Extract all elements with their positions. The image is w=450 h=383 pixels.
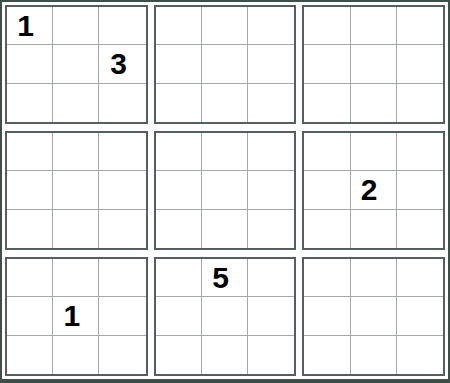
- sudoku-cell[interactable]: [202, 171, 248, 209]
- sudoku-cell[interactable]: 3: [99, 45, 145, 83]
- sudoku-cell[interactable]: [248, 84, 294, 122]
- sudoku-cell[interactable]: [397, 7, 443, 45]
- given-digit: 3: [110, 49, 127, 79]
- sudoku-cell[interactable]: [351, 133, 397, 171]
- sudoku-cell[interactable]: [156, 210, 202, 248]
- sudoku-board: 13215: [5, 5, 445, 376]
- sudoku-cell[interactable]: [156, 45, 202, 83]
- sudoku-cell[interactable]: [156, 84, 202, 122]
- sudoku-box: [154, 131, 297, 250]
- sudoku-cell[interactable]: [397, 297, 443, 335]
- sudoku-cell[interactable]: [248, 210, 294, 248]
- sudoku-cell[interactable]: [7, 133, 53, 171]
- sudoku-cell[interactable]: [53, 84, 99, 122]
- sudoku-box: 5: [154, 257, 297, 376]
- sudoku-cell[interactable]: [202, 45, 248, 83]
- sudoku-cell[interactable]: [248, 259, 294, 297]
- sudoku-box: 2: [302, 131, 445, 250]
- sudoku-cell[interactable]: [99, 210, 145, 248]
- sudoku-cell[interactable]: [351, 84, 397, 122]
- sudoku-cell[interactable]: [351, 259, 397, 297]
- sudoku-cell[interactable]: [304, 7, 350, 45]
- given-digit: 2: [361, 175, 378, 205]
- sudoku-cell[interactable]: [99, 7, 145, 45]
- sudoku-cell[interactable]: [397, 84, 443, 122]
- sudoku-cell[interactable]: [304, 171, 350, 209]
- sudoku-cell[interactable]: [304, 133, 350, 171]
- sudoku-box: 13: [5, 5, 148, 124]
- sudoku-cell[interactable]: 1: [53, 297, 99, 335]
- sudoku-cell[interactable]: [397, 171, 443, 209]
- sudoku-cell[interactable]: [53, 171, 99, 209]
- sudoku-box: [302, 257, 445, 376]
- given-digit: 5: [212, 263, 229, 293]
- given-digit: 1: [63, 301, 80, 331]
- sudoku-cell[interactable]: [156, 133, 202, 171]
- sudoku-cell[interactable]: [53, 45, 99, 83]
- sudoku-cell[interactable]: [351, 7, 397, 45]
- sudoku-cell[interactable]: 1: [7, 7, 53, 45]
- sudoku-cell[interactable]: [99, 259, 145, 297]
- sudoku-cell[interactable]: [156, 336, 202, 374]
- sudoku-cell[interactable]: [304, 210, 350, 248]
- sudoku-cell[interactable]: [248, 171, 294, 209]
- sudoku-cell[interactable]: [248, 7, 294, 45]
- sudoku-cell[interactable]: [202, 133, 248, 171]
- sudoku-cell[interactable]: [202, 336, 248, 374]
- sudoku-cell[interactable]: [248, 297, 294, 335]
- given-digit: 1: [17, 11, 34, 41]
- sudoku-page: 13215: [0, 0, 450, 383]
- sudoku-cell[interactable]: [7, 297, 53, 335]
- sudoku-cell[interactable]: [202, 7, 248, 45]
- sudoku-cell[interactable]: [53, 336, 99, 374]
- sudoku-cell[interactable]: [99, 336, 145, 374]
- sudoku-cell[interactable]: [53, 7, 99, 45]
- sudoku-cell[interactable]: [156, 259, 202, 297]
- sudoku-box: [154, 5, 297, 124]
- sudoku-cell[interactable]: [156, 171, 202, 209]
- sudoku-cell[interactable]: [304, 336, 350, 374]
- sudoku-cell[interactable]: 2: [351, 171, 397, 209]
- sudoku-box: 1: [5, 257, 148, 376]
- sudoku-cell[interactable]: [397, 259, 443, 297]
- sudoku-cell[interactable]: [248, 45, 294, 83]
- sudoku-cell[interactable]: [7, 336, 53, 374]
- sudoku-cell[interactable]: [156, 7, 202, 45]
- sudoku-cell[interactable]: [156, 297, 202, 335]
- sudoku-box: [5, 131, 148, 250]
- sudoku-cell[interactable]: [304, 297, 350, 335]
- sudoku-cell[interactable]: [7, 259, 53, 297]
- sudoku-cell[interactable]: [7, 210, 53, 248]
- sudoku-cell[interactable]: [248, 336, 294, 374]
- sudoku-cell[interactable]: [7, 45, 53, 83]
- sudoku-cell[interactable]: [53, 210, 99, 248]
- sudoku-cell[interactable]: [53, 259, 99, 297]
- sudoku-cell[interactable]: [351, 297, 397, 335]
- sudoku-cell[interactable]: [351, 210, 397, 248]
- sudoku-cell[interactable]: [202, 297, 248, 335]
- sudoku-cell[interactable]: [99, 171, 145, 209]
- sudoku-cell[interactable]: [99, 133, 145, 171]
- sudoku-cell[interactable]: [7, 171, 53, 209]
- sudoku-cell[interactable]: [7, 84, 53, 122]
- sudoku-cell[interactable]: [397, 133, 443, 171]
- sudoku-cell[interactable]: [351, 45, 397, 83]
- sudoku-cell[interactable]: [304, 45, 350, 83]
- sudoku-cell[interactable]: [397, 45, 443, 83]
- sudoku-cell[interactable]: 5: [202, 259, 248, 297]
- sudoku-cell[interactable]: [99, 84, 145, 122]
- sudoku-cell[interactable]: [397, 210, 443, 248]
- sudoku-cell[interactable]: [53, 133, 99, 171]
- sudoku-box: [302, 5, 445, 124]
- sudoku-cell[interactable]: [304, 259, 350, 297]
- sudoku-cell[interactable]: [248, 133, 294, 171]
- sudoku-cell[interactable]: [99, 297, 145, 335]
- sudoku-cell[interactable]: [304, 84, 350, 122]
- sudoku-cell[interactable]: [397, 336, 443, 374]
- sudoku-cell[interactable]: [202, 84, 248, 122]
- sudoku-cell[interactable]: [202, 210, 248, 248]
- sudoku-cell[interactable]: [351, 336, 397, 374]
